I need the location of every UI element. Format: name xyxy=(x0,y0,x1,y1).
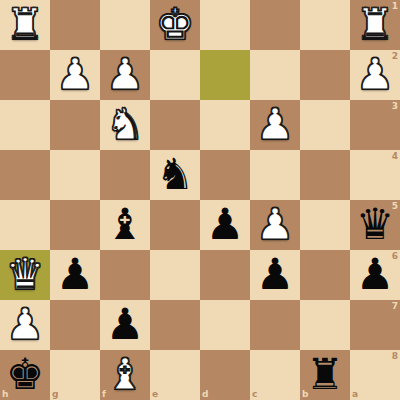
square-h4[interactable] xyxy=(0,150,50,200)
square-a5[interactable]: ♛5 xyxy=(350,200,400,250)
black-bishop-piece[interactable]: ♝ xyxy=(106,203,145,246)
file-label-a: a xyxy=(352,390,358,399)
square-c2[interactable] xyxy=(250,50,300,100)
square-d6[interactable] xyxy=(200,250,250,300)
square-e5[interactable] xyxy=(150,200,200,250)
square-d1[interactable] xyxy=(200,0,250,50)
black-pawn-piece[interactable]: ♟ xyxy=(106,303,145,346)
rank-label-2: 2 xyxy=(392,52,398,61)
file-label-f: f xyxy=(102,390,106,399)
black-king-piece[interactable]: ♚ xyxy=(6,353,45,396)
square-c3[interactable]: ♟ xyxy=(250,100,300,150)
square-a1[interactable]: ♜1 xyxy=(350,0,400,50)
white-pawn-piece[interactable]: ♟ xyxy=(256,103,295,146)
square-g5[interactable] xyxy=(50,200,100,250)
square-h3[interactable] xyxy=(0,100,50,150)
square-e7[interactable] xyxy=(150,300,200,350)
square-c5[interactable]: ♟ xyxy=(250,200,300,250)
square-e4[interactable]: ♞ xyxy=(150,150,200,200)
white-king-piece[interactable]: ♚ xyxy=(156,3,195,46)
square-e2[interactable] xyxy=(150,50,200,100)
white-pawn-piece[interactable]: ♟ xyxy=(6,303,45,346)
square-c7[interactable] xyxy=(250,300,300,350)
square-g6[interactable]: ♟ xyxy=(50,250,100,300)
rank-label-8: 8 xyxy=(392,352,398,361)
square-c4[interactable] xyxy=(250,150,300,200)
square-f3[interactable]: ♞ xyxy=(100,100,150,150)
square-c1[interactable] xyxy=(250,0,300,50)
rank-label-3: 3 xyxy=(392,102,398,111)
square-e1[interactable]: ♚ xyxy=(150,0,200,50)
white-pawn-piece[interactable]: ♟ xyxy=(56,53,95,96)
file-label-h: h xyxy=(2,390,8,399)
file-label-c: c xyxy=(252,390,257,399)
square-g3[interactable] xyxy=(50,100,100,150)
square-e3[interactable] xyxy=(150,100,200,150)
square-h1[interactable]: ♜ xyxy=(0,0,50,50)
white-rook-piece[interactable]: ♜ xyxy=(6,3,45,46)
square-d8[interactable]: d xyxy=(200,350,250,400)
square-h7[interactable]: ♟ xyxy=(0,300,50,350)
square-g8[interactable]: g xyxy=(50,350,100,400)
square-b4[interactable] xyxy=(300,150,350,200)
file-label-d: d xyxy=(202,390,208,399)
white-bishop-piece[interactable]: ♝ xyxy=(106,353,145,396)
square-f5[interactable]: ♝ xyxy=(100,200,150,250)
white-pawn-piece[interactable]: ♟ xyxy=(106,53,145,96)
square-d2[interactable] xyxy=(200,50,250,100)
rank-label-1: 1 xyxy=(392,2,398,11)
file-label-g: g xyxy=(52,390,58,399)
square-f6[interactable] xyxy=(100,250,150,300)
square-f4[interactable] xyxy=(100,150,150,200)
black-knight-piece[interactable]: ♞ xyxy=(156,153,195,196)
square-b2[interactable] xyxy=(300,50,350,100)
rank-label-7: 7 xyxy=(392,302,398,311)
rank-label-4: 4 xyxy=(392,152,398,161)
square-e6[interactable] xyxy=(150,250,200,300)
chess-board: ♜♚♜1♟♟♟2♞♟3♞4♝♟♟♛5♛♟♟♟6♟♟7♚hg♝fedc♜b8a xyxy=(0,0,400,400)
square-c8[interactable]: c xyxy=(250,350,300,400)
square-h6[interactable]: ♛ xyxy=(0,250,50,300)
square-a7[interactable]: 7 xyxy=(350,300,400,350)
square-h2[interactable] xyxy=(0,50,50,100)
black-pawn-piece[interactable]: ♟ xyxy=(256,253,295,296)
square-d3[interactable] xyxy=(200,100,250,150)
square-a8[interactable]: 8a xyxy=(350,350,400,400)
square-a4[interactable]: 4 xyxy=(350,150,400,200)
square-a2[interactable]: ♟2 xyxy=(350,50,400,100)
square-d7[interactable] xyxy=(200,300,250,350)
rank-label-5: 5 xyxy=(392,202,398,211)
square-g7[interactable] xyxy=(50,300,100,350)
square-a3[interactable]: 3 xyxy=(350,100,400,150)
white-rook-piece[interactable]: ♜ xyxy=(356,3,395,46)
file-label-e: e xyxy=(152,390,158,399)
white-pawn-piece[interactable]: ♟ xyxy=(256,203,295,246)
square-b8[interactable]: ♜b xyxy=(300,350,350,400)
square-b6[interactable] xyxy=(300,250,350,300)
black-rook-piece[interactable]: ♜ xyxy=(306,353,345,396)
black-pawn-piece[interactable]: ♟ xyxy=(56,253,95,296)
white-pawn-piece[interactable]: ♟ xyxy=(356,53,395,96)
square-f2[interactable]: ♟ xyxy=(100,50,150,100)
square-h8[interactable]: ♚h xyxy=(0,350,50,400)
file-label-b: b xyxy=(302,390,308,399)
square-c6[interactable]: ♟ xyxy=(250,250,300,300)
white-knight-piece[interactable]: ♞ xyxy=(106,103,145,146)
square-f7[interactable]: ♟ xyxy=(100,300,150,350)
square-g1[interactable] xyxy=(50,0,100,50)
square-b7[interactable] xyxy=(300,300,350,350)
black-pawn-piece[interactable]: ♟ xyxy=(206,203,245,246)
square-b1[interactable] xyxy=(300,0,350,50)
square-b3[interactable] xyxy=(300,100,350,150)
square-f8[interactable]: ♝f xyxy=(100,350,150,400)
rank-label-6: 6 xyxy=(392,252,398,261)
square-d5[interactable]: ♟ xyxy=(200,200,250,250)
square-a6[interactable]: ♟6 xyxy=(350,250,400,300)
black-pawn-piece[interactable]: ♟ xyxy=(356,253,395,296)
square-e8[interactable]: e xyxy=(150,350,200,400)
square-f1[interactable] xyxy=(100,0,150,50)
square-g4[interactable] xyxy=(50,150,100,200)
square-d4[interactable] xyxy=(200,150,250,200)
white-queen-piece[interactable]: ♛ xyxy=(6,253,45,296)
black-queen-piece[interactable]: ♛ xyxy=(356,203,395,246)
square-h5[interactable] xyxy=(0,200,50,250)
square-b5[interactable] xyxy=(300,200,350,250)
square-g2[interactable]: ♟ xyxy=(50,50,100,100)
